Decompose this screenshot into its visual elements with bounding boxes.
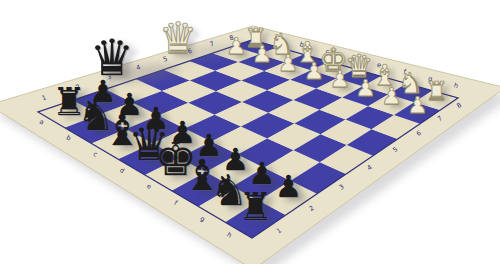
piece-white-rook-h8[interactable]: ♜ [425, 79, 448, 105]
piece-white-pawn-h7[interactable]: ♟ [407, 94, 428, 117]
piece-white-pawn-g7[interactable]: ♟ [381, 85, 402, 108]
piece-white-pawn-a7[interactable]: ♟ [226, 35, 247, 58]
piece-white-pawn-c7[interactable]: ♟ [278, 52, 299, 75]
piece-black-rook-h1[interactable]: ♜ [239, 187, 273, 225]
extra-queen-white[interactable]: ♛ [159, 17, 198, 60]
piece-white-pawn-b7[interactable]: ♟ [252, 43, 273, 66]
piece-black-pawn-h2[interactable]: ♟ [275, 172, 302, 203]
piece-white-pawn-f7[interactable]: ♟ [355, 77, 376, 100]
piece-white-pawn-d7[interactable]: ♟ [304, 60, 325, 83]
piece-white-pawn-e7[interactable]: ♟ [330, 69, 351, 92]
chess-set-photo: a11ab22bc33cd44de55ef66fg77gh88h ♜♞♝♚♛♝♞… [0, 0, 500, 264]
